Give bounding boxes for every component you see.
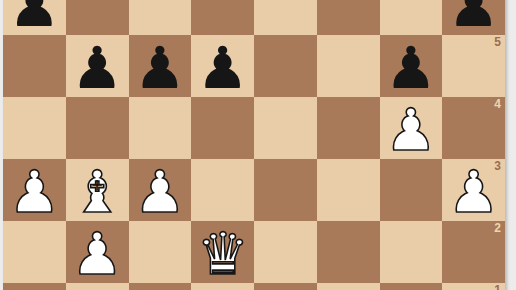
black-pawn[interactable]: ♟: [134, 39, 186, 97]
square-e2[interactable]: [254, 221, 317, 283]
square-h6[interactable]: ♟: [442, 0, 505, 35]
square-e3[interactable]: [254, 159, 317, 221]
square-h2[interactable]: 2: [442, 221, 505, 283]
square-g1[interactable]: [380, 283, 443, 290]
chess-board[interactable]: ♟♟♟♟♟♟5♟4♟♝+♟♟3♟♛21: [3, 0, 505, 290]
square-d5[interactable]: ♟: [191, 35, 254, 97]
rank-label-2: 2: [494, 222, 501, 235]
square-f4[interactable]: [317, 97, 380, 159]
square-e4[interactable]: [254, 97, 317, 159]
square-h1[interactable]: 1: [442, 283, 505, 290]
square-f6[interactable]: [317, 0, 380, 35]
square-e6[interactable]: [254, 0, 317, 35]
square-f5[interactable]: [317, 35, 380, 97]
square-f3[interactable]: [317, 159, 380, 221]
black-pawn[interactable]: ♟: [8, 0, 60, 35]
square-h5[interactable]: 5: [442, 35, 505, 97]
square-c5[interactable]: ♟: [129, 35, 192, 97]
square-d6[interactable]: [191, 0, 254, 35]
square-g2[interactable]: [380, 221, 443, 283]
black-pawn[interactable]: ♟: [448, 0, 500, 35]
square-g6[interactable]: [380, 0, 443, 35]
square-d4[interactable]: [191, 97, 254, 159]
white-pawn[interactable]: ♟: [385, 101, 437, 159]
square-a2[interactable]: [3, 221, 66, 283]
square-b2[interactable]: ♟: [66, 221, 129, 283]
square-f1[interactable]: [317, 283, 380, 290]
square-c4[interactable]: [129, 97, 192, 159]
white-pawn[interactable]: ♟: [8, 163, 60, 221]
square-e5[interactable]: [254, 35, 317, 97]
square-e1[interactable]: [254, 283, 317, 290]
square-b5[interactable]: ♟: [66, 35, 129, 97]
black-pawn[interactable]: ♟: [385, 39, 437, 97]
rank-label-5: 5: [494, 36, 501, 49]
square-c1[interactable]: [129, 283, 192, 290]
square-g5[interactable]: ♟: [380, 35, 443, 97]
video-frame: ♟♟♟♟♟♟5♟4♟♝+♟♟3♟♛21: [0, 0, 516, 290]
white-pawn[interactable]: ♟: [71, 225, 123, 283]
white-queen[interactable]: ♛: [197, 225, 249, 283]
square-c3[interactable]: ♟: [129, 159, 192, 221]
rank-label-1: 1: [494, 284, 501, 290]
square-a6[interactable]: ♟: [3, 0, 66, 35]
square-a3[interactable]: ♟: [3, 159, 66, 221]
square-c6[interactable]: [129, 0, 192, 35]
white-bishop[interactable]: ♝: [71, 163, 123, 221]
square-g4[interactable]: ♟: [380, 97, 443, 159]
square-b4[interactable]: [66, 97, 129, 159]
black-pawn[interactable]: ♟: [71, 39, 123, 97]
square-c2[interactable]: [129, 221, 192, 283]
square-h3[interactable]: ♟3: [442, 159, 505, 221]
square-f2[interactable]: [317, 221, 380, 283]
rank-label-4: 4: [494, 98, 501, 111]
square-a1[interactable]: [3, 283, 66, 290]
square-d2[interactable]: ♛: [191, 221, 254, 283]
square-g3[interactable]: [380, 159, 443, 221]
white-pawn[interactable]: ♟: [448, 163, 500, 221]
black-pawn[interactable]: ♟: [197, 39, 249, 97]
square-a4[interactable]: [3, 97, 66, 159]
square-a5[interactable]: [3, 35, 66, 97]
square-b3[interactable]: ♝+: [66, 159, 129, 221]
square-d1[interactable]: [191, 283, 254, 290]
square-b6[interactable]: [66, 0, 129, 35]
square-h4[interactable]: 4: [442, 97, 505, 159]
square-b1[interactable]: [66, 283, 129, 290]
white-pawn[interactable]: ♟: [134, 163, 186, 221]
square-d3[interactable]: [191, 159, 254, 221]
